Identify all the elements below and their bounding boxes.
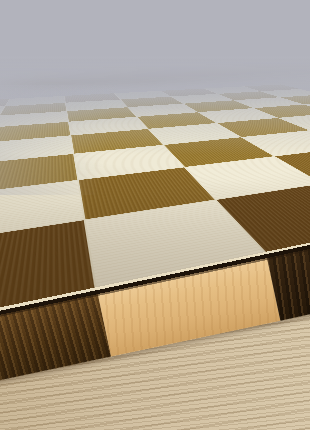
scene-photo: [0, 0, 310, 430]
depth-of-field-haze-left: [0, 85, 150, 195]
